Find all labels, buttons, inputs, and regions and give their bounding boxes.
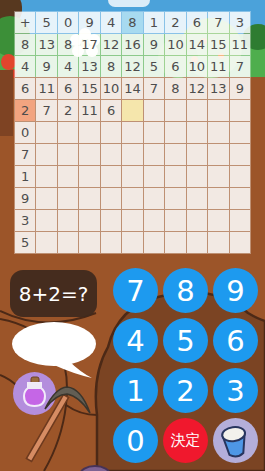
grid-cell-r3-c2 (165, 210, 185, 231)
col-header-3: 3 (230, 12, 250, 33)
grid-cell-r5-c0 (58, 232, 78, 253)
confirm-button[interactable]: 決定 (163, 418, 208, 463)
keypad-6-button[interactable]: 6 (213, 318, 258, 363)
grid-cell-r1-c9 (79, 166, 99, 187)
row-header-2: 2 (15, 100, 35, 121)
bucket-icon (213, 418, 258, 463)
grid-cell-r0-c3 (230, 122, 250, 143)
grid-cell-r9-c8 (122, 188, 142, 209)
grid-cell-r0-c8 (122, 122, 142, 143)
grid-cell-r6-c2: 8 (165, 78, 185, 99)
grid-cell-r7-c5 (36, 144, 56, 165)
col-header-2: 2 (165, 12, 185, 33)
grid-cell-r4-c1: 5 (144, 56, 164, 77)
grid-cell-r9-c0 (58, 188, 78, 209)
grid-cell-r6-c7: 13 (208, 78, 228, 99)
grid-cell-r3-c5 (36, 210, 56, 231)
grid-cell-r3-c9 (79, 210, 99, 231)
grid-cell-r7-c8 (122, 144, 142, 165)
grid-cell-r5-c1 (144, 232, 164, 253)
grid-cell-r3-c6 (187, 210, 207, 231)
col-header-1: 1 (144, 12, 164, 33)
grid-cell-r2-c7 (208, 100, 228, 121)
grid-cell-r6-c0: 6 (58, 78, 78, 99)
row-header-1: 1 (15, 166, 35, 187)
row-header-5: 5 (15, 232, 35, 253)
grid-cell-r4-c4: 8 (101, 56, 121, 77)
grid-cell-r6-c8: 14 (122, 78, 142, 99)
grid-cell-r1-c6 (187, 166, 207, 187)
grid-cell-r1-c5 (36, 166, 56, 187)
grid-cell-r3-c0 (58, 210, 78, 231)
grid-cell-r1-c7 (208, 166, 228, 187)
grid-cell-r4-c3: 7 (230, 56, 250, 77)
keypad-7-button[interactable]: 7 (113, 268, 158, 313)
grid-cell-r0-c7 (208, 122, 228, 143)
grid-cell-r7-c6 (187, 144, 207, 165)
row-header-3: 3 (15, 210, 35, 231)
grid-cell-r9-c4 (101, 188, 121, 209)
grid-cell-r8-c5: 13 (36, 34, 56, 55)
grid-cell-r4-c5: 9 (36, 56, 56, 77)
grid-cell-r7-c4 (101, 144, 121, 165)
keypad-5-button[interactable]: 5 (163, 318, 208, 363)
grid-cell-r8-c3: 11 (230, 34, 250, 55)
keypad: 7894561230 決定 (113, 268, 258, 463)
grid-cell-r9-c6 (187, 188, 207, 209)
grid-cell-r8-c0: 8 (58, 34, 78, 55)
grid-cell-r4-c8: 12 (122, 56, 142, 77)
grid-cell-r3-c4 (101, 210, 121, 231)
grid-cell-r3-c3 (230, 210, 250, 231)
grid-cell-r9-c9 (79, 188, 99, 209)
grid-cell-r1-c4 (101, 166, 121, 187)
grid-cell-r3-c1 (144, 210, 164, 231)
grid-cell-r9-c1 (144, 188, 164, 209)
confirm-label: 決定 (171, 431, 201, 450)
grid-cell-r2-c3 (230, 100, 250, 121)
grid-cell-r0-c0 (58, 122, 78, 143)
row-header-6: 6 (15, 78, 35, 99)
grid-cell-r8-c1: 9 (144, 34, 164, 55)
keypad-2-button[interactable]: 2 (163, 368, 208, 413)
grid-cell-r8-c2: 10 (165, 34, 185, 55)
grid-cell-r0-c9 (79, 122, 99, 143)
grid-cell-r6-c6: 12 (187, 78, 207, 99)
grid-cell-r4-c2: 6 (165, 56, 185, 77)
grid-cell-r4-c9: 13 (79, 56, 99, 77)
grid-cell-r0-c5 (36, 122, 56, 143)
operator-cell: + (15, 12, 35, 33)
grid-cell-r8-c4: 12 (101, 34, 121, 55)
grid-cell-r7-c3 (230, 144, 250, 165)
grid-cell-r8-c7: 15 (208, 34, 228, 55)
tree-trunk-decoration (0, 70, 13, 136)
grid-cell-r9-c5 (36, 188, 56, 209)
grid-cell-r0-c6 (187, 122, 207, 143)
grid-cell-r2-c9: 11 (79, 100, 99, 121)
grid-cell-r2-c6 (187, 100, 207, 121)
col-header-7: 7 (208, 12, 228, 33)
grid-cell-r7-c0 (58, 144, 78, 165)
grid-cell-r1-c8 (122, 166, 142, 187)
grid-cell-r5-c8 (122, 232, 142, 253)
grid-cell-r8-c8: 16 (122, 34, 142, 55)
col-header-5: 5 (36, 12, 56, 33)
grid-cell-r5-c7 (208, 232, 228, 253)
grid-cell-r2-c0: 2 (58, 100, 78, 121)
grid-cell-r2-c5: 7 (36, 100, 56, 121)
col-header-8: 8 (122, 12, 142, 33)
grid-cell-r5-c2 (165, 232, 185, 253)
col-header-9: 9 (79, 12, 99, 33)
grid-cell-r5-c5 (36, 232, 56, 253)
grid-cell-r1-c0 (58, 166, 78, 187)
grid-cell-r4-c7: 11 (208, 56, 228, 77)
grid-cell-r0-c4 (101, 122, 121, 143)
grid-cell-r5-c4 (101, 232, 121, 253)
grid-cell-r7-c9 (79, 144, 99, 165)
grid-cell-r6-c5: 11 (36, 78, 56, 99)
grid-cell-r9-c7 (208, 188, 228, 209)
keypad-3-button[interactable]: 3 (213, 368, 258, 413)
grid-cell-r7-c2 (165, 144, 185, 165)
row-header-9: 9 (15, 188, 35, 209)
grid-cell-r8-c9: 17 (79, 34, 99, 55)
grid-cell-r1-c1 (144, 166, 164, 187)
keypad-8-button[interactable]: 8 (163, 268, 208, 313)
grid-cell-r3-c8 (122, 210, 142, 231)
row-header-4: 4 (15, 56, 35, 77)
col-header-0: 0 (58, 12, 78, 33)
game-screen: +509481267381381712169101415114941381256… (0, 0, 265, 471)
row-header-0: 0 (15, 122, 35, 143)
col-header-6: 6 (187, 12, 207, 33)
bucket-button[interactable] (213, 418, 258, 463)
col-header-4: 4 (101, 12, 121, 33)
grid-cell-r3-c7 (208, 210, 228, 231)
keypad-0-button[interactable]: 0 (113, 418, 158, 463)
grid-cell-r6-c1: 7 (144, 78, 164, 99)
row-header-7: 7 (15, 144, 35, 165)
grid-cell-r6-c3: 9 (230, 78, 250, 99)
puzzle-grid: +509481267381381712169101415114941381256… (14, 11, 251, 254)
row-header-8: 8 (15, 34, 35, 55)
grid-cell-r8-c6: 14 (187, 34, 207, 55)
grid-cell-r2-c8 (122, 100, 142, 121)
grid-cell-r9-c3 (230, 188, 250, 209)
grid-cell-r0-c2 (165, 122, 185, 143)
grid-cell-r9-c2 (165, 188, 185, 209)
question-text: 8+2=? (19, 282, 89, 306)
keypad-9-button[interactable]: 9 (213, 268, 258, 313)
grid-cell-r6-c9: 15 (79, 78, 99, 99)
grid-cell-r6-c4: 10 (101, 78, 121, 99)
grid-cell-r5-c3 (230, 232, 250, 253)
keypad-1-button[interactable]: 1 (113, 368, 158, 413)
grid-cell-r4-c0: 4 (58, 56, 78, 77)
grid-cell-r5-c6 (187, 232, 207, 253)
keypad-4-button[interactable]: 4 (113, 318, 158, 363)
grid-cell-r7-c1 (144, 144, 164, 165)
question-bubble: 8+2=? (10, 270, 97, 317)
grid-cell-r2-c4: 6 (101, 100, 121, 121)
grid-cell-r0-c1 (144, 122, 164, 143)
grid-cell-r4-c6: 10 (187, 56, 207, 77)
cloud-decoration (108, 0, 150, 7)
grid-cell-r1-c2 (165, 166, 185, 187)
grid-cell-r2-c1 (144, 100, 164, 121)
grid-cell-r2-c2 (165, 100, 185, 121)
grid-cell-r5-c9 (79, 232, 99, 253)
pickaxe-icon (20, 380, 100, 471)
grid-cell-r7-c7 (208, 144, 228, 165)
grid-cell-r1-c3 (230, 166, 250, 187)
